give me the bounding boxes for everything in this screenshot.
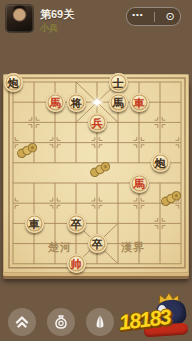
piece-character: 卒 — [71, 218, 82, 229]
level-title: 第69关 — [40, 7, 74, 22]
black-advisor[interactable]: 士 — [109, 73, 128, 92]
black-pawn[interactable]: 卒 — [88, 234, 107, 253]
red-chariot[interactable]: 車 — [130, 93, 149, 112]
piece-character: 馬 — [134, 178, 145, 189]
red-horse[interactable]: 馬 — [130, 174, 149, 193]
black-general[interactable]: 将 — [67, 93, 86, 112]
black-pawn[interactable]: 卒 — [67, 214, 86, 233]
piece-character: 帅 — [71, 259, 82, 270]
miniprogram-capsule: ••• ⊙ — [126, 7, 181, 26]
piece-character: 将 — [71, 97, 82, 108]
close-circle-icon[interactable]: ⊙ — [166, 11, 175, 22]
river-label-right: 漢界 — [121, 240, 145, 255]
black-chariot[interactable]: 車 — [25, 214, 44, 233]
18183-watermark: 18183 — [119, 293, 189, 337]
more-icon[interactable]: ••• — [132, 11, 143, 22]
money-bag-button[interactable] — [47, 308, 75, 336]
black-horse[interactable]: 馬 — [109, 93, 128, 112]
piece-character: 兵 — [92, 117, 103, 128]
piece-character: 馬 — [50, 97, 61, 108]
money-bag-icon — [52, 313, 70, 331]
capsule-divider — [154, 12, 155, 22]
xiangqi-board[interactable]: 楚河 漢界 — [3, 74, 189, 273]
red-general[interactable]: 帅 — [67, 254, 86, 273]
app-screen: 第69关 小兵 ••• ⊙ 楚河 漢界 — [0, 0, 192, 341]
praying-hands-button[interactable] — [86, 308, 114, 336]
double-chevron-up-icon — [13, 313, 31, 331]
red-horse[interactable]: 馬 — [46, 93, 65, 112]
header: 第69关 小兵 ••• ⊙ — [0, 0, 192, 40]
piece-character: 炮 — [155, 158, 166, 169]
red-pawn[interactable]: 兵 — [88, 113, 107, 132]
piece-character: 馬 — [113, 97, 124, 108]
piece-character: 車 — [134, 97, 145, 108]
praying-hands-icon — [91, 313, 109, 331]
level-difficulty: 小兵 — [40, 22, 58, 35]
player-avatar[interactable] — [6, 5, 33, 32]
double-chevron-up-button[interactable] — [8, 308, 36, 336]
piece-character: 炮 — [8, 77, 19, 88]
piece-character: 士 — [113, 77, 124, 88]
black-cannon[interactable]: 炮 — [151, 153, 170, 172]
piece-character: 卒 — [92, 239, 103, 250]
river-label-left: 楚河 — [48, 240, 72, 255]
piece-character: 車 — [29, 218, 40, 229]
black-cannon[interactable]: 炮 — [4, 73, 23, 92]
